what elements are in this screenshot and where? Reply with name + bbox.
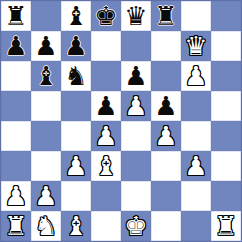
square-a6[interactable] <box>1 61 31 91</box>
square-c8[interactable]: ♝ <box>61 1 91 31</box>
black-knight-icon: ♞ <box>64 61 87 91</box>
white-pawn-icon: ♟ <box>184 61 207 91</box>
white-bishop-icon: ♝ <box>94 151 117 181</box>
black-rook-icon: ♜ <box>154 1 177 31</box>
white-king-icon: ♚ <box>124 211 147 241</box>
white-rook-icon: ♜ <box>214 211 237 241</box>
white-knight-icon: ♞ <box>34 211 57 241</box>
square-a1[interactable]: ♜ <box>1 211 31 241</box>
black-bishop-icon: ♝ <box>64 1 87 31</box>
square-h2[interactable] <box>211 181 241 211</box>
square-b2[interactable]: ♟ <box>31 181 61 211</box>
square-c2[interactable] <box>61 181 91 211</box>
square-h1[interactable]: ♜ <box>211 211 241 241</box>
square-a5[interactable] <box>1 91 31 121</box>
square-g4[interactable] <box>181 121 211 151</box>
square-h6[interactable] <box>211 61 241 91</box>
square-g7[interactable]: ♛ <box>181 31 211 61</box>
square-f3[interactable] <box>151 151 181 181</box>
square-e7[interactable] <box>121 31 151 61</box>
white-bishop-icon: ♝ <box>64 211 87 241</box>
square-e6[interactable]: ♟ <box>121 61 151 91</box>
square-h8[interactable] <box>211 1 241 31</box>
white-pawn-icon: ♟ <box>124 91 147 121</box>
square-b6[interactable]: ♝ <box>31 61 61 91</box>
square-e5[interactable]: ♟ <box>121 91 151 121</box>
square-a8[interactable]: ♜ <box>1 1 31 31</box>
square-e4[interactable] <box>121 121 151 151</box>
square-d1[interactable] <box>91 211 121 241</box>
square-f8[interactable]: ♜ <box>151 1 181 31</box>
square-g2[interactable] <box>181 181 211 211</box>
square-g3[interactable]: ♟ <box>181 151 211 181</box>
square-e2[interactable] <box>121 181 151 211</box>
square-g6[interactable]: ♟ <box>181 61 211 91</box>
square-a4[interactable] <box>1 121 31 151</box>
square-e3[interactable] <box>121 151 151 181</box>
square-h7[interactable] <box>211 31 241 61</box>
chess-board: ♜♝♚♛♜♟♟♟♛♝♞♟♟♟♟♟♟♟♟♝♟♟♟♜♞♝♚♜ <box>0 0 242 242</box>
black-rook-icon: ♜ <box>4 1 27 31</box>
square-h3[interactable] <box>211 151 241 181</box>
square-f5[interactable]: ♟ <box>151 91 181 121</box>
black-pawn-icon: ♟ <box>154 91 177 121</box>
white-pawn-icon: ♟ <box>4 181 27 211</box>
black-pawn-icon: ♟ <box>124 61 147 91</box>
square-h4[interactable] <box>211 121 241 151</box>
square-d4[interactable]: ♟ <box>91 121 121 151</box>
square-b1[interactable]: ♞ <box>31 211 61 241</box>
square-c6[interactable]: ♞ <box>61 61 91 91</box>
square-c3[interactable]: ♟ <box>61 151 91 181</box>
black-king-icon: ♚ <box>94 1 117 31</box>
square-c5[interactable] <box>61 91 91 121</box>
square-b8[interactable] <box>31 1 61 31</box>
square-e1[interactable]: ♚ <box>121 211 151 241</box>
square-d8[interactable]: ♚ <box>91 1 121 31</box>
square-g5[interactable] <box>181 91 211 121</box>
square-b3[interactable] <box>31 151 61 181</box>
square-g8[interactable] <box>181 1 211 31</box>
square-b5[interactable] <box>31 91 61 121</box>
square-f1[interactable] <box>151 211 181 241</box>
square-c7[interactable]: ♟ <box>61 31 91 61</box>
square-e8[interactable]: ♛ <box>121 1 151 31</box>
square-f7[interactable] <box>151 31 181 61</box>
square-b7[interactable]: ♟ <box>31 31 61 61</box>
black-pawn-icon: ♟ <box>4 31 27 61</box>
white-pawn-icon: ♟ <box>154 121 177 151</box>
white-pawn-icon: ♟ <box>184 151 207 181</box>
square-d3[interactable]: ♝ <box>91 151 121 181</box>
white-queen-icon: ♛ <box>184 31 207 61</box>
square-f2[interactable] <box>151 181 181 211</box>
white-pawn-icon: ♟ <box>64 151 87 181</box>
black-pawn-icon: ♟ <box>34 31 57 61</box>
square-b4[interactable] <box>31 121 61 151</box>
square-d6[interactable] <box>91 61 121 91</box>
square-d7[interactable] <box>91 31 121 61</box>
white-pawn-icon: ♟ <box>94 121 117 151</box>
square-a7[interactable]: ♟ <box>1 31 31 61</box>
square-h5[interactable] <box>211 91 241 121</box>
black-queen-icon: ♛ <box>124 1 147 31</box>
square-d5[interactable]: ♟ <box>91 91 121 121</box>
square-c1[interactable]: ♝ <box>61 211 91 241</box>
black-pawn-icon: ♟ <box>94 91 117 121</box>
square-c4[interactable] <box>61 121 91 151</box>
white-pawn-icon: ♟ <box>34 181 57 211</box>
square-g1[interactable] <box>181 211 211 241</box>
black-pawn-icon: ♟ <box>64 31 87 61</box>
square-a3[interactable] <box>1 151 31 181</box>
black-bishop-icon: ♝ <box>34 61 57 91</box>
square-a2[interactable]: ♟ <box>1 181 31 211</box>
white-rook-icon: ♜ <box>4 211 27 241</box>
square-f6[interactable] <box>151 61 181 91</box>
square-f4[interactable]: ♟ <box>151 121 181 151</box>
square-d2[interactable] <box>91 181 121 211</box>
